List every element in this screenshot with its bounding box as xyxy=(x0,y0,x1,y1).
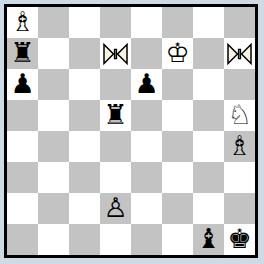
square-a2[interactable] xyxy=(7,193,38,224)
white-pawn-piece: ♙ xyxy=(103,193,127,223)
square-a5[interactable] xyxy=(7,100,38,131)
square-d3[interactable] xyxy=(100,162,131,193)
square-g1[interactable]: ♝ xyxy=(193,224,224,255)
square-d2[interactable]: ♙ xyxy=(100,193,131,224)
square-c2[interactable] xyxy=(69,193,100,224)
square-b4[interactable] xyxy=(38,131,69,162)
black-pawn-piece: ♟ xyxy=(10,69,34,99)
square-d8[interactable] xyxy=(100,7,131,38)
square-g3[interactable] xyxy=(193,162,224,193)
square-f7[interactable]: ♔ xyxy=(162,38,193,69)
square-b5[interactable] xyxy=(38,100,69,131)
white-bowtie-piece xyxy=(224,38,255,69)
square-c5[interactable] xyxy=(69,100,100,131)
square-c6[interactable] xyxy=(69,69,100,100)
square-e6[interactable]: ♟ xyxy=(131,69,162,100)
square-g7[interactable] xyxy=(193,38,224,69)
square-h2[interactable] xyxy=(224,193,255,224)
square-e2[interactable] xyxy=(131,193,162,224)
square-e7[interactable] xyxy=(131,38,162,69)
square-c1[interactable] xyxy=(69,224,100,255)
black-pawn-piece: ♟ xyxy=(134,69,158,99)
square-h4[interactable]: ♗ xyxy=(224,131,255,162)
chess-board: ♗♜ ♔ ♟♟♜♘♗♙♝♚ xyxy=(7,7,255,255)
square-d7[interactable] xyxy=(100,38,131,69)
square-g5[interactable] xyxy=(193,100,224,131)
black-rook-piece: ♜ xyxy=(10,38,34,68)
square-e1[interactable] xyxy=(131,224,162,255)
square-b3[interactable] xyxy=(38,162,69,193)
square-b6[interactable] xyxy=(38,69,69,100)
square-b8[interactable] xyxy=(38,7,69,38)
square-h1[interactable]: ♚ xyxy=(224,224,255,255)
square-f1[interactable] xyxy=(162,224,193,255)
bowtie-icon xyxy=(226,42,253,66)
square-f4[interactable] xyxy=(162,131,193,162)
square-h5[interactable]: ♘ xyxy=(224,100,255,131)
board-frame: ♗♜ ♔ ♟♟♜♘♗♙♝♚ xyxy=(4,4,258,258)
white-bishop-piece: ♗ xyxy=(10,7,34,37)
square-c8[interactable] xyxy=(69,7,100,38)
square-g4[interactable] xyxy=(193,131,224,162)
square-a4[interactable] xyxy=(7,131,38,162)
square-f8[interactable] xyxy=(162,7,193,38)
square-f6[interactable] xyxy=(162,69,193,100)
white-knight-piece: ♘ xyxy=(227,100,251,130)
square-d4[interactable] xyxy=(100,131,131,162)
square-f3[interactable] xyxy=(162,162,193,193)
black-king-piece: ♚ xyxy=(227,224,251,254)
square-b2[interactable] xyxy=(38,193,69,224)
square-h3[interactable] xyxy=(224,162,255,193)
square-a6[interactable]: ♟ xyxy=(7,69,38,100)
square-g2[interactable] xyxy=(193,193,224,224)
square-d1[interactable] xyxy=(100,224,131,255)
square-d5[interactable]: ♜ xyxy=(100,100,131,131)
square-h7[interactable] xyxy=(224,38,255,69)
square-a8[interactable]: ♗ xyxy=(7,7,38,38)
square-e5[interactable] xyxy=(131,100,162,131)
bowtie-icon xyxy=(102,42,129,66)
square-e3[interactable] xyxy=(131,162,162,193)
square-a1[interactable] xyxy=(7,224,38,255)
black-bishop-piece: ♝ xyxy=(196,224,220,254)
square-f2[interactable] xyxy=(162,193,193,224)
square-a3[interactable] xyxy=(7,162,38,193)
square-c3[interactable] xyxy=(69,162,100,193)
white-king-piece: ♔ xyxy=(165,38,189,68)
square-h6[interactable] xyxy=(224,69,255,100)
square-e8[interactable] xyxy=(131,7,162,38)
white-bowtie-piece xyxy=(100,38,131,69)
square-g6[interactable] xyxy=(193,69,224,100)
square-f5[interactable] xyxy=(162,100,193,131)
square-g8[interactable] xyxy=(193,7,224,38)
square-b7[interactable] xyxy=(38,38,69,69)
white-bishop-piece: ♗ xyxy=(227,131,251,161)
black-rook-piece: ♜ xyxy=(103,100,127,130)
square-c4[interactable] xyxy=(69,131,100,162)
square-c7[interactable] xyxy=(69,38,100,69)
square-h8[interactable] xyxy=(224,7,255,38)
square-e4[interactable] xyxy=(131,131,162,162)
square-d6[interactable] xyxy=(100,69,131,100)
square-a7[interactable]: ♜ xyxy=(7,38,38,69)
square-b1[interactable] xyxy=(38,224,69,255)
